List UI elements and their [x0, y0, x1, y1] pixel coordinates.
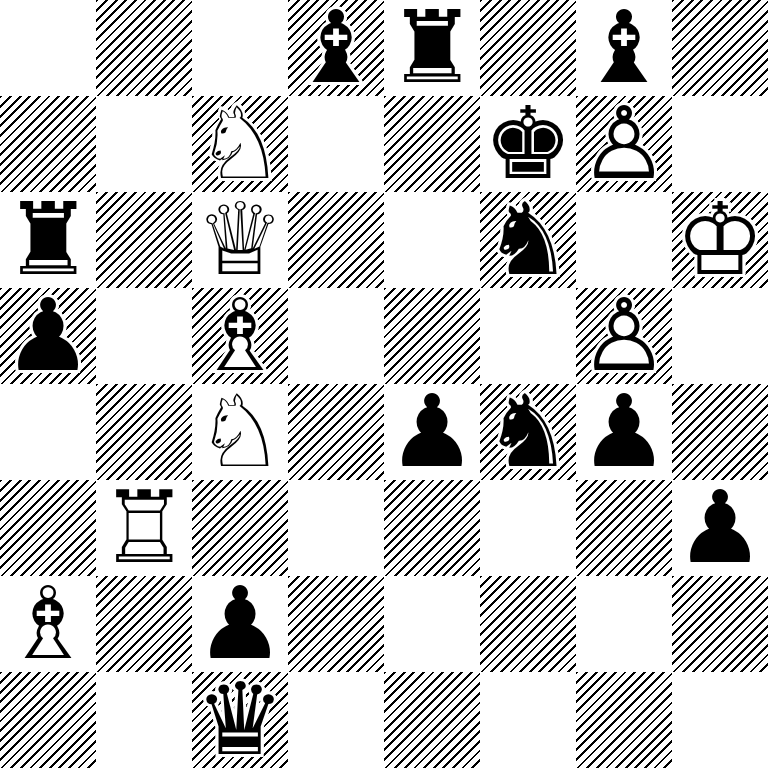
square-c3[interactable] [192, 480, 288, 576]
black-knight-on-f6[interactable]: ♞♞ [480, 192, 576, 288]
white-queen-on-c6[interactable]: ♛♕ [192, 192, 288, 288]
black-bishop-on-g8[interactable]: ♝♝ [576, 0, 672, 96]
white-pawn-on-g5[interactable]: ♟♙ [576, 288, 672, 384]
piece-glyph: ♔ [672, 192, 768, 288]
square-h6[interactable]: ♚♔ [672, 192, 768, 288]
piece-glyph: ♘ [192, 96, 288, 192]
square-e7[interactable] [384, 96, 480, 192]
square-a6[interactable]: ♜♜ [0, 192, 96, 288]
square-a8[interactable] [0, 0, 96, 96]
black-rook-on-e8[interactable]: ♜♜ [384, 0, 480, 96]
piece-glyph: ♖ [96, 480, 192, 576]
square-e5[interactable] [384, 288, 480, 384]
square-g7[interactable]: ♟♙ [576, 96, 672, 192]
square-c2[interactable]: ♟♟ [192, 576, 288, 672]
piece-glyph: ♟ [0, 288, 96, 384]
piece-glyph: ♘ [192, 384, 288, 480]
white-king-on-h6[interactable]: ♚♔ [672, 192, 768, 288]
square-d6[interactable] [288, 192, 384, 288]
square-f7[interactable]: ♚♚ [480, 96, 576, 192]
square-e8[interactable]: ♜♜ [384, 0, 480, 96]
square-h4[interactable] [672, 384, 768, 480]
piece-glyph: ♚ [480, 96, 576, 192]
square-b3[interactable]: ♜♖ [96, 480, 192, 576]
white-knight-on-c7[interactable]: ♞♘ [192, 96, 288, 192]
square-e2[interactable] [384, 576, 480, 672]
black-king-on-f7[interactable]: ♚♚ [480, 96, 576, 192]
piece-glyph: ♞ [480, 192, 576, 288]
square-a2[interactable]: ♝♗ [0, 576, 96, 672]
black-queen-on-c1[interactable]: ♛♛ [192, 672, 288, 768]
square-a5[interactable]: ♟♟ [0, 288, 96, 384]
piece-glyph: ♞ [480, 384, 576, 480]
square-c6[interactable]: ♛♕ [192, 192, 288, 288]
square-b5[interactable] [96, 288, 192, 384]
square-c1[interactable]: ♛♛ [192, 672, 288, 768]
square-f3[interactable] [480, 480, 576, 576]
square-d4[interactable] [288, 384, 384, 480]
square-h8[interactable] [672, 0, 768, 96]
square-e1[interactable] [384, 672, 480, 768]
square-b7[interactable] [96, 96, 192, 192]
square-d7[interactable] [288, 96, 384, 192]
piece-glyph: ♜ [384, 0, 480, 96]
square-g5[interactable]: ♟♙ [576, 288, 672, 384]
black-pawn-on-c2[interactable]: ♟♟ [192, 576, 288, 672]
piece-glyph: ♟ [192, 576, 288, 672]
square-a3[interactable] [0, 480, 96, 576]
white-bishop-on-c5[interactable]: ♝♗ [192, 288, 288, 384]
square-h7[interactable] [672, 96, 768, 192]
black-bishop-on-d8[interactable]: ♝♝ [288, 0, 384, 96]
square-f6[interactable]: ♞♞ [480, 192, 576, 288]
piece-glyph: ♟ [384, 384, 480, 480]
piece-glyph: ♗ [0, 576, 96, 672]
black-pawn-on-e4[interactable]: ♟♟ [384, 384, 480, 480]
square-f2[interactable] [480, 576, 576, 672]
piece-glyph: ♙ [576, 288, 672, 384]
square-a7[interactable] [0, 96, 96, 192]
square-d2[interactable] [288, 576, 384, 672]
square-d3[interactable] [288, 480, 384, 576]
square-b8[interactable] [96, 0, 192, 96]
piece-glyph: ♟ [576, 384, 672, 480]
square-g4[interactable]: ♟♟ [576, 384, 672, 480]
black-pawn-on-h3[interactable]: ♟♟ [672, 480, 768, 576]
square-c4[interactable]: ♞♘ [192, 384, 288, 480]
piece-glyph: ♝ [288, 0, 384, 96]
piece-glyph: ♙ [576, 96, 672, 192]
square-a4[interactable] [0, 384, 96, 480]
square-f5[interactable] [480, 288, 576, 384]
square-b2[interactable] [96, 576, 192, 672]
piece-glyph: ♜ [0, 192, 96, 288]
square-h2[interactable] [672, 576, 768, 672]
square-c5[interactable]: ♝♗ [192, 288, 288, 384]
piece-glyph: ♗ [192, 288, 288, 384]
square-b6[interactable] [96, 192, 192, 288]
square-e6[interactable] [384, 192, 480, 288]
square-c8[interactable] [192, 0, 288, 96]
white-pawn-on-g7[interactable]: ♟♙ [576, 96, 672, 192]
square-a1[interactable] [0, 672, 96, 768]
square-g6[interactable] [576, 192, 672, 288]
piece-glyph: ♕ [192, 192, 288, 288]
square-d5[interactable] [288, 288, 384, 384]
square-h1[interactable] [672, 672, 768, 768]
white-bishop-on-a2[interactable]: ♝♗ [0, 576, 96, 672]
white-knight-on-c4[interactable]: ♞♘ [192, 384, 288, 480]
black-pawn-on-g4[interactable]: ♟♟ [576, 384, 672, 480]
black-rook-on-a6[interactable]: ♜♜ [0, 192, 96, 288]
piece-glyph: ♛ [192, 672, 288, 768]
black-pawn-on-a5[interactable]: ♟♟ [0, 288, 96, 384]
square-c7[interactable]: ♞♘ [192, 96, 288, 192]
chessboard: ♝♝♜♜♝♝♞♘♚♚♟♙♜♜♛♕♞♞♚♔♟♟♝♗♟♙♞♘♟♟♞♞♟♟♜♖♟♟♝♗… [0, 0, 768, 768]
square-d8[interactable]: ♝♝ [288, 0, 384, 96]
square-f4[interactable]: ♞♞ [480, 384, 576, 480]
square-b1[interactable] [96, 672, 192, 768]
square-e4[interactable]: ♟♟ [384, 384, 480, 480]
square-g2[interactable] [576, 576, 672, 672]
black-knight-on-f4[interactable]: ♞♞ [480, 384, 576, 480]
square-h5[interactable] [672, 288, 768, 384]
square-e3[interactable] [384, 480, 480, 576]
square-h3[interactable]: ♟♟ [672, 480, 768, 576]
square-g8[interactable]: ♝♝ [576, 0, 672, 96]
square-g1[interactable] [576, 672, 672, 768]
white-rook-on-b3[interactable]: ♜♖ [96, 480, 192, 576]
piece-glyph: ♟ [672, 480, 768, 576]
piece-glyph: ♝ [576, 0, 672, 96]
square-f1[interactable] [480, 672, 576, 768]
square-b4[interactable] [96, 384, 192, 480]
square-g3[interactable] [576, 480, 672, 576]
square-d1[interactable] [288, 672, 384, 768]
square-f8[interactable] [480, 0, 576, 96]
